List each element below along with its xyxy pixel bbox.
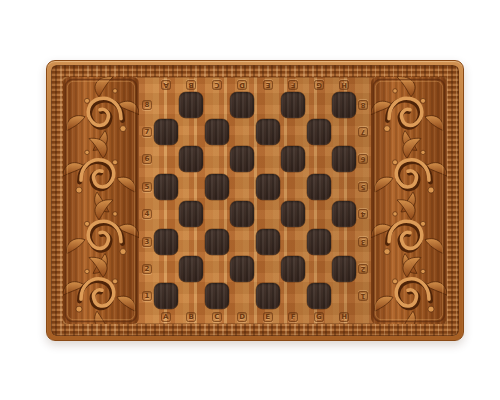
light-square-g4 [306, 201, 332, 228]
file-label-top-h: H [339, 80, 349, 90]
light-square-e2 [255, 255, 281, 282]
acanthus-scroll-carving-icon [371, 77, 447, 324]
rank-label-left-5: 5 [142, 182, 152, 192]
dark-square-e5 [256, 174, 280, 200]
light-square-h3 [332, 228, 358, 255]
dark-square-e3 [256, 229, 280, 255]
light-square-c6 [204, 146, 230, 173]
light-square-a2 [153, 255, 179, 282]
dark-square-h8 [332, 92, 356, 118]
light-square-a6 [153, 146, 179, 173]
acanthus-scroll-carving-icon [63, 77, 139, 324]
rank-label-right-2: 2 [358, 264, 368, 274]
carved-floral-panel-left [63, 77, 139, 324]
file-label-bottom-h: H [339, 312, 349, 322]
file-label-top-e: E [263, 80, 273, 90]
file-label-bottom-f: F [288, 312, 298, 322]
dark-square-a1 [154, 283, 178, 309]
light-square-d5 [230, 173, 256, 200]
light-square-d1 [230, 283, 256, 310]
dark-square-g1 [307, 283, 331, 309]
dark-square-e7 [256, 119, 280, 145]
light-square-b1 [179, 283, 205, 310]
rank-label-left-8: 8 [142, 100, 152, 110]
light-square-c4 [204, 201, 230, 228]
dark-square-f6 [281, 146, 305, 172]
rank-label-right-1: 1 [358, 291, 368, 301]
carved-floral-panel-right [371, 77, 447, 324]
light-square-e4 [255, 201, 281, 228]
file-label-top-b: B [186, 80, 196, 90]
dark-square-h4 [332, 201, 356, 227]
dark-square-b8 [179, 92, 203, 118]
dark-square-a7 [154, 119, 178, 145]
file-label-bottom-c: C [212, 312, 222, 322]
file-label-top-f: F [288, 80, 298, 90]
rank-label-left-7: 7 [142, 127, 152, 137]
light-square-d3 [230, 228, 256, 255]
file-label-top-d: D [237, 80, 247, 90]
light-square-d7 [230, 118, 256, 145]
light-square-e6 [255, 146, 281, 173]
dark-square-g5 [307, 174, 331, 200]
light-square-h1 [332, 283, 358, 310]
file-label-bottom-g: G [314, 312, 324, 322]
dark-square-c3 [205, 229, 229, 255]
rank-label-right-4: 4 [358, 209, 368, 219]
dark-square-d4 [230, 201, 254, 227]
dark-square-g3 [307, 229, 331, 255]
light-square-a4 [153, 201, 179, 228]
rank-label-right-7: 7 [358, 127, 368, 137]
file-label-bottom-a: A [161, 312, 171, 322]
light-square-g2 [306, 255, 332, 282]
dark-square-d8 [230, 92, 254, 118]
dark-square-h2 [332, 256, 356, 282]
product-photo-background: AABBCCDDEEFFGGHH8877665544332211 [0, 0, 500, 400]
light-square-a8 [153, 91, 179, 118]
dark-square-f2 [281, 256, 305, 282]
light-square-e8 [255, 91, 281, 118]
light-square-g8 [306, 91, 332, 118]
dark-square-a3 [154, 229, 178, 255]
file-label-bottom-d: D [237, 312, 247, 322]
light-square-f1 [281, 283, 307, 310]
file-label-bottom-e: E [263, 312, 273, 322]
rank-label-right-8: 8 [358, 100, 368, 110]
rank-label-right-5: 5 [358, 182, 368, 192]
dark-square-d6 [230, 146, 254, 172]
dark-square-g7 [307, 119, 331, 145]
rank-label-left-4: 4 [142, 209, 152, 219]
dark-square-b6 [179, 146, 203, 172]
light-square-b7 [179, 118, 205, 145]
file-label-top-c: C [212, 80, 222, 90]
light-square-c2 [204, 255, 230, 282]
light-square-g6 [306, 146, 332, 173]
dark-square-c1 [205, 283, 229, 309]
file-label-top-g: G [314, 80, 324, 90]
wooden-game-board: AABBCCDDEEFFGGHH8877665544332211 [46, 60, 464, 341]
dark-square-d2 [230, 256, 254, 282]
playing-field: AABBCCDDEEFFGGHH8877665544332211 [139, 77, 371, 324]
rank-label-right-6: 6 [358, 154, 368, 164]
light-square-f5 [281, 173, 307, 200]
board-face: AABBCCDDEEFFGGHH8877665544332211 [63, 77, 447, 324]
rank-label-left-1: 1 [142, 291, 152, 301]
rank-label-right-3: 3 [358, 237, 368, 247]
dark-square-a5 [154, 174, 178, 200]
rank-label-left-2: 2 [142, 264, 152, 274]
light-square-h5 [332, 173, 358, 200]
rank-label-left-3: 3 [142, 237, 152, 247]
light-square-h7 [332, 118, 358, 145]
rank-label-left-6: 6 [142, 154, 152, 164]
dark-square-b2 [179, 256, 203, 282]
light-square-c8 [204, 91, 230, 118]
file-label-bottom-b: B [186, 312, 196, 322]
carved-frieze-border: AABBCCDDEEFFGGHH8877665544332211 [51, 65, 459, 336]
dark-square-c5 [205, 174, 229, 200]
light-square-f7 [281, 118, 307, 145]
dark-square-b4 [179, 201, 203, 227]
file-label-top-a: A [161, 80, 171, 90]
light-square-b5 [179, 173, 205, 200]
dark-square-f4 [281, 201, 305, 227]
dark-square-f8 [281, 92, 305, 118]
dark-square-c7 [205, 119, 229, 145]
dark-square-h6 [332, 146, 356, 172]
dark-square-e1 [256, 283, 280, 309]
light-square-b3 [179, 228, 205, 255]
light-square-f3 [281, 228, 307, 255]
